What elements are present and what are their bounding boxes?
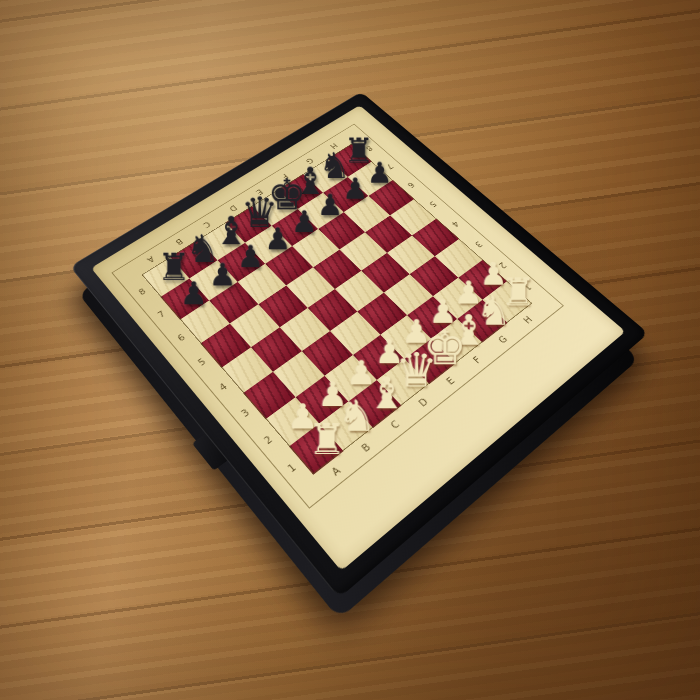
chess-box: ABCDEFGH8♜♞♝♛♚♝♞♜87♟♟♟♟♟♟♟♟7665544332♟♟♟… [70,92,649,598]
square-g3 [410,256,459,296]
box-black-rim: ABCDEFGH8♜♞♝♛♚♝♞♜87♟♟♟♟♟♟♟♟7665544332♟♟♟… [70,92,649,598]
board-sticker: ABCDEFGH8♜♞♝♛♚♝♞♜87♟♟♟♟♟♟♟♟7665544332♟♟♟… [91,105,625,571]
board-with-coordinates: ABCDEFGH8♜♞♝♛♚♝♞♜87♟♟♟♟♟♟♟♟7665544332♟♟♟… [111,124,564,509]
square-f6 [318,212,365,249]
wood-table-background: ABCDEFGH8♜♞♝♛♚♝♞♜87♟♟♟♟♟♟♟♟7665544332♟♟♟… [0,0,700,700]
